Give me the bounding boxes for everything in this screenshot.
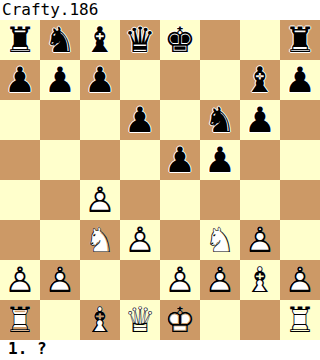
square-h3[interactable] [280,220,320,260]
black-piece-body: ♟ [160,140,200,180]
white-piece-outline: ♖ [0,300,40,340]
white-piece-outline: ♗ [80,300,120,340]
white-piece-outline: ♕ [120,300,160,340]
move-indicator: 1. ? [0,340,320,360]
black-bishop[interactable]: ♝ [240,60,280,100]
square-h5[interactable] [280,140,320,180]
black-piece-body: ♟ [0,60,40,100]
white-pawn[interactable]: ♟♙ [280,260,320,300]
black-rook[interactable]: ♜ [0,20,40,60]
white-piece-outline: ♙ [40,260,80,300]
black-piece-body: ♟ [240,100,280,140]
square-d7[interactable] [120,60,160,100]
square-e6[interactable] [160,100,200,140]
black-pawn[interactable]: ♟ [80,60,120,100]
square-h1[interactable]: ♜♖ [280,300,320,340]
black-pawn[interactable]: ♟ [200,140,240,180]
square-h4[interactable] [280,180,320,220]
square-a5[interactable] [0,140,40,180]
black-pawn[interactable]: ♟ [240,100,280,140]
white-king[interactable]: ♚♔ [160,300,200,340]
white-piece-outline: ♙ [120,220,160,260]
square-g1[interactable] [240,300,280,340]
black-piece-body: ♟ [120,100,160,140]
square-b7[interactable]: ♟ [40,60,80,100]
black-piece-body: ♟ [40,60,80,100]
square-c7[interactable]: ♟ [80,60,120,100]
black-bishop[interactable]: ♝ [80,20,120,60]
black-piece-body: ♝ [240,60,280,100]
square-f4[interactable] [200,180,240,220]
black-piece-body: ♟ [80,60,120,100]
white-bishop[interactable]: ♝♗ [80,300,120,340]
square-c8[interactable]: ♝ [80,20,120,60]
square-b8[interactable]: ♞ [40,20,80,60]
square-h8[interactable]: ♜ [280,20,320,60]
white-rook[interactable]: ♜♖ [280,300,320,340]
white-piece-outline: ♙ [80,180,120,220]
square-h6[interactable] [280,100,320,140]
square-f3[interactable]: ♞♘ [200,220,240,260]
black-piece-body: ♟ [200,140,240,180]
black-piece-body: ♞ [200,100,240,140]
white-piece-outline: ♙ [200,260,240,300]
white-pawn[interactable]: ♟♙ [200,260,240,300]
square-g5[interactable] [240,140,280,180]
square-e5[interactable]: ♟ [160,140,200,180]
chess-board[interactable]: ♜♞♝♛♚♜♟♟♟♝♟♟♞♟♟♟♟♙♞♘♟♙♞♘♟♙♟♙♟♙♟♙♟♙♝♗♟♙♜♖… [0,20,320,340]
black-pawn[interactable]: ♟ [280,60,320,100]
square-g2[interactable]: ♝♗ [240,260,280,300]
white-piece-outline: ♙ [160,260,200,300]
square-f2[interactable]: ♟♙ [200,260,240,300]
square-c5[interactable] [80,140,120,180]
white-piece-outline: ♔ [160,300,200,340]
black-rook[interactable]: ♜ [280,20,320,60]
square-e2[interactable]: ♟♙ [160,260,200,300]
square-f1[interactable] [200,300,240,340]
black-piece-body: ♛ [120,20,160,60]
square-b2[interactable]: ♟♙ [40,260,80,300]
square-e4[interactable] [160,180,200,220]
white-queen[interactable]: ♛♕ [120,300,160,340]
white-pawn[interactable]: ♟♙ [40,260,80,300]
square-d6[interactable]: ♟ [120,100,160,140]
square-a3[interactable] [0,220,40,260]
black-piece-body: ♜ [0,20,40,60]
white-knight[interactable]: ♞♘ [200,220,240,260]
square-b6[interactable] [40,100,80,140]
white-pawn[interactable]: ♟♙ [120,220,160,260]
black-pawn[interactable]: ♟ [160,140,200,180]
square-a8[interactable]: ♜ [0,20,40,60]
white-piece-outline: ♘ [200,220,240,260]
square-f7[interactable] [200,60,240,100]
square-c3[interactable]: ♞♘ [80,220,120,260]
square-h7[interactable]: ♟ [280,60,320,100]
white-pawn[interactable]: ♟♙ [240,220,280,260]
black-pawn[interactable]: ♟ [120,100,160,140]
white-piece-outline: ♙ [280,260,320,300]
black-piece-body: ♞ [40,20,80,60]
white-pawn[interactable]: ♟♙ [0,260,40,300]
square-a7[interactable]: ♟ [0,60,40,100]
square-g4[interactable] [240,180,280,220]
square-d1[interactable]: ♛♕ [120,300,160,340]
square-d4[interactable] [120,180,160,220]
black-pawn[interactable]: ♟ [40,60,80,100]
square-h2[interactable]: ♟♙ [280,260,320,300]
square-c1[interactable]: ♝♗ [80,300,120,340]
white-piece-outline: ♗ [240,260,280,300]
square-f5[interactable]: ♟ [200,140,240,180]
square-e3[interactable] [160,220,200,260]
white-rook[interactable]: ♜♖ [0,300,40,340]
white-piece-outline: ♘ [80,220,120,260]
white-bishop[interactable]: ♝♗ [240,260,280,300]
square-e1[interactable]: ♚♔ [160,300,200,340]
black-knight[interactable]: ♞ [200,100,240,140]
square-b3[interactable] [40,220,80,260]
white-pawn[interactable]: ♟♙ [160,260,200,300]
white-piece-outline: ♙ [0,260,40,300]
black-queen[interactable]: ♛ [120,20,160,60]
chess-app-window: Crafty.186 ♜♞♝♛♚♜♟♟♟♝♟♟♞♟♟♟♟♙♞♘♟♙♞♘♟♙♟♙♟… [0,0,320,360]
square-c2[interactable] [80,260,120,300]
square-a4[interactable] [0,180,40,220]
black-piece-body: ♚ [160,20,200,60]
square-d3[interactable]: ♟♙ [120,220,160,260]
square-f8[interactable] [200,20,240,60]
black-piece-body: ♜ [280,20,320,60]
white-knight[interactable]: ♞♘ [80,220,120,260]
square-g3[interactable]: ♟♙ [240,220,280,260]
square-a6[interactable] [0,100,40,140]
square-e8[interactable]: ♚ [160,20,200,60]
square-d2[interactable] [120,260,160,300]
square-b4[interactable] [40,180,80,220]
square-d8[interactable]: ♛ [120,20,160,60]
square-b5[interactable] [40,140,80,180]
square-a1[interactable]: ♜♖ [0,300,40,340]
square-a2[interactable]: ♟♙ [0,260,40,300]
white-piece-outline: ♖ [280,300,320,340]
white-pawn[interactable]: ♟♙ [80,180,120,220]
square-e7[interactable] [160,60,200,100]
square-c4[interactable]: ♟♙ [80,180,120,220]
square-c6[interactable] [80,100,120,140]
square-f6[interactable]: ♞ [200,100,240,140]
square-g8[interactable] [240,20,280,60]
square-b1[interactable] [40,300,80,340]
black-king[interactable]: ♚ [160,20,200,60]
white-piece-outline: ♙ [240,220,280,260]
black-pawn[interactable]: ♟ [0,60,40,100]
square-g6[interactable]: ♟ [240,100,280,140]
black-piece-body: ♝ [80,20,120,60]
black-knight[interactable]: ♞ [40,20,80,60]
black-piece-body: ♟ [280,60,320,100]
window-title: Crafty.186 [0,0,320,20]
square-d5[interactable] [120,140,160,180]
square-g7[interactable]: ♝ [240,60,280,100]
